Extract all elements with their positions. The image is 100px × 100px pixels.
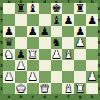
square-b5[interactable] [15, 37, 27, 48]
black-pawn[interactable]: ♟ [63, 15, 73, 26]
file-label-a: a [3, 94, 15, 100]
square-d4[interactable] [39, 49, 51, 60]
rank-label-4: 4 [98, 49, 100, 60]
black-rook[interactable]: ♜ [75, 3, 85, 14]
black-king[interactable]: ♚ [52, 3, 62, 14]
square-g2[interactable] [74, 71, 86, 82]
square-b2[interactable] [15, 71, 27, 82]
file-label-d: d [39, 94, 51, 100]
square-e7[interactable]: ♝ [51, 14, 63, 25]
white-pawn[interactable]: ♟ [87, 71, 97, 82]
square-g4[interactable] [74, 49, 86, 60]
black-pawn[interactable]: ♟ [87, 15, 97, 26]
square-d2[interactable] [39, 71, 51, 82]
black-bishop[interactable]: ♝ [28, 3, 38, 14]
square-e1[interactable] [51, 83, 63, 94]
square-h2[interactable]: ♟ [86, 71, 98, 82]
rank-label-3: 3 [98, 60, 100, 71]
square-f2[interactable] [62, 71, 74, 82]
square-f6[interactable] [62, 26, 74, 37]
white-bishop[interactable]: ♝ [63, 49, 73, 60]
square-a8[interactable] [3, 3, 15, 14]
white-king[interactable]: ♚ [16, 83, 26, 94]
square-e6[interactable] [51, 26, 63, 37]
square-g8[interactable]: ♜ [74, 3, 86, 14]
square-f5[interactable] [62, 37, 74, 48]
rank-label-2: 2 [98, 71, 100, 82]
square-d8[interactable] [39, 3, 51, 14]
square-e8[interactable]: ♚ [51, 3, 63, 14]
square-f7[interactable]: ♟ [62, 14, 74, 25]
square-c7[interactable] [27, 14, 39, 25]
square-a2[interactable]: ♟ [3, 71, 15, 82]
square-f1[interactable]: ♝ [62, 83, 74, 94]
square-a6[interactable]: ♟ [3, 26, 15, 37]
square-h7[interactable]: ♟ [86, 14, 98, 25]
chess-board: ♜♝♚♜♝♟♟♟♟♟♟♛♞♟♞♟♜♟♝♟♟♟♟♚♛♝♜ [3, 3, 98, 94]
square-h8[interactable] [86, 3, 98, 14]
white-pawn[interactable]: ♟ [75, 37, 85, 48]
square-a7[interactable] [3, 14, 15, 25]
file-label-c: c [27, 94, 39, 100]
black-pawn[interactable]: ♟ [16, 49, 26, 60]
square-f8[interactable] [62, 3, 74, 14]
square-g6[interactable]: ♟ [74, 26, 86, 37]
square-e5[interactable]: ♞ [51, 37, 63, 48]
rank-label-7: 7 [98, 14, 100, 25]
file-label-f: f [62, 94, 74, 100]
square-e4[interactable]: ♟ [51, 49, 63, 60]
file-label-h: h [86, 94, 98, 100]
square-b4[interactable]: ♟ [15, 49, 27, 60]
chess-board-widget: abcdefgh 87654321 ♜♝♚♜♝♟♟♟♟♟♟♛♞♟♞♟♜♟♝♟♟♟… [0, 0, 100, 100]
square-c6[interactable]: ♟ [27, 26, 39, 37]
file-label-e: e [51, 94, 63, 100]
rank-label-5: 5 [98, 37, 100, 48]
square-b3[interactable]: ♟ [15, 60, 27, 71]
square-c8[interactable]: ♝ [27, 3, 39, 14]
white-rook[interactable]: ♜ [75, 83, 85, 94]
square-b7[interactable] [15, 14, 27, 25]
square-d1[interactable]: ♛ [39, 83, 51, 94]
square-a3[interactable] [3, 60, 15, 71]
white-pawn[interactable]: ♟ [16, 60, 26, 71]
square-c2[interactable]: ♟ [27, 71, 39, 82]
square-h3[interactable] [86, 60, 98, 71]
file-labels-bottom: abcdefgh [3, 94, 98, 100]
square-d3[interactable] [39, 60, 51, 71]
square-c5[interactable] [27, 37, 39, 48]
black-pawn[interactable]: ♟ [4, 26, 14, 37]
rank-labels-right: 87654321 [98, 3, 100, 94]
white-pawn[interactable]: ♟ [52, 49, 62, 60]
corner-bottom-right [98, 94, 100, 100]
white-pawn[interactable]: ♟ [4, 71, 14, 82]
black-pawn[interactable]: ♟ [40, 26, 50, 37]
white-knight[interactable]: ♞ [4, 49, 14, 60]
square-g7[interactable] [74, 14, 86, 25]
square-h5[interactable] [86, 37, 98, 48]
square-c4[interactable]: ♜ [27, 49, 39, 60]
square-g3[interactable] [74, 60, 86, 71]
square-h6[interactable] [86, 26, 98, 37]
square-e2[interactable] [51, 71, 63, 82]
black-bishop[interactable]: ♝ [52, 15, 62, 26]
square-a5[interactable]: ♛ [3, 37, 15, 48]
square-d7[interactable] [39, 14, 51, 25]
black-pawn[interactable]: ♟ [28, 26, 38, 37]
square-h4[interactable] [86, 49, 98, 60]
rank-label-6: 6 [98, 26, 100, 37]
square-g1[interactable]: ♜ [74, 83, 86, 94]
rank-label-1: 1 [98, 83, 100, 94]
black-rook[interactable]: ♜ [16, 3, 26, 14]
square-c3[interactable] [27, 60, 39, 71]
white-pawn[interactable]: ♟ [28, 71, 38, 82]
square-b8[interactable]: ♜ [15, 3, 27, 14]
black-queen[interactable]: ♛ [4, 37, 14, 48]
square-d5[interactable] [39, 37, 51, 48]
white-rook[interactable]: ♜ [28, 49, 38, 60]
square-f3[interactable] [62, 60, 74, 71]
square-h1[interactable] [86, 83, 98, 94]
rank-label-8: 8 [98, 3, 100, 14]
square-a4[interactable]: ♞ [3, 49, 15, 60]
black-knight[interactable]: ♞ [52, 37, 62, 48]
file-label-b: b [15, 94, 27, 100]
black-pawn[interactable]: ♟ [75, 26, 85, 37]
square-c1[interactable] [27, 83, 39, 94]
square-d6[interactable]: ♟ [39, 26, 51, 37]
square-e3[interactable] [51, 60, 63, 71]
square-b6[interactable] [15, 26, 27, 37]
square-g5[interactable]: ♟ [74, 37, 86, 48]
white-bishop[interactable]: ♝ [63, 83, 73, 94]
square-f4[interactable]: ♝ [62, 49, 74, 60]
square-b1[interactable]: ♚ [15, 83, 27, 94]
square-a1[interactable] [3, 83, 15, 94]
file-label-g: g [74, 94, 86, 100]
white-queen[interactable]: ♛ [40, 83, 50, 94]
